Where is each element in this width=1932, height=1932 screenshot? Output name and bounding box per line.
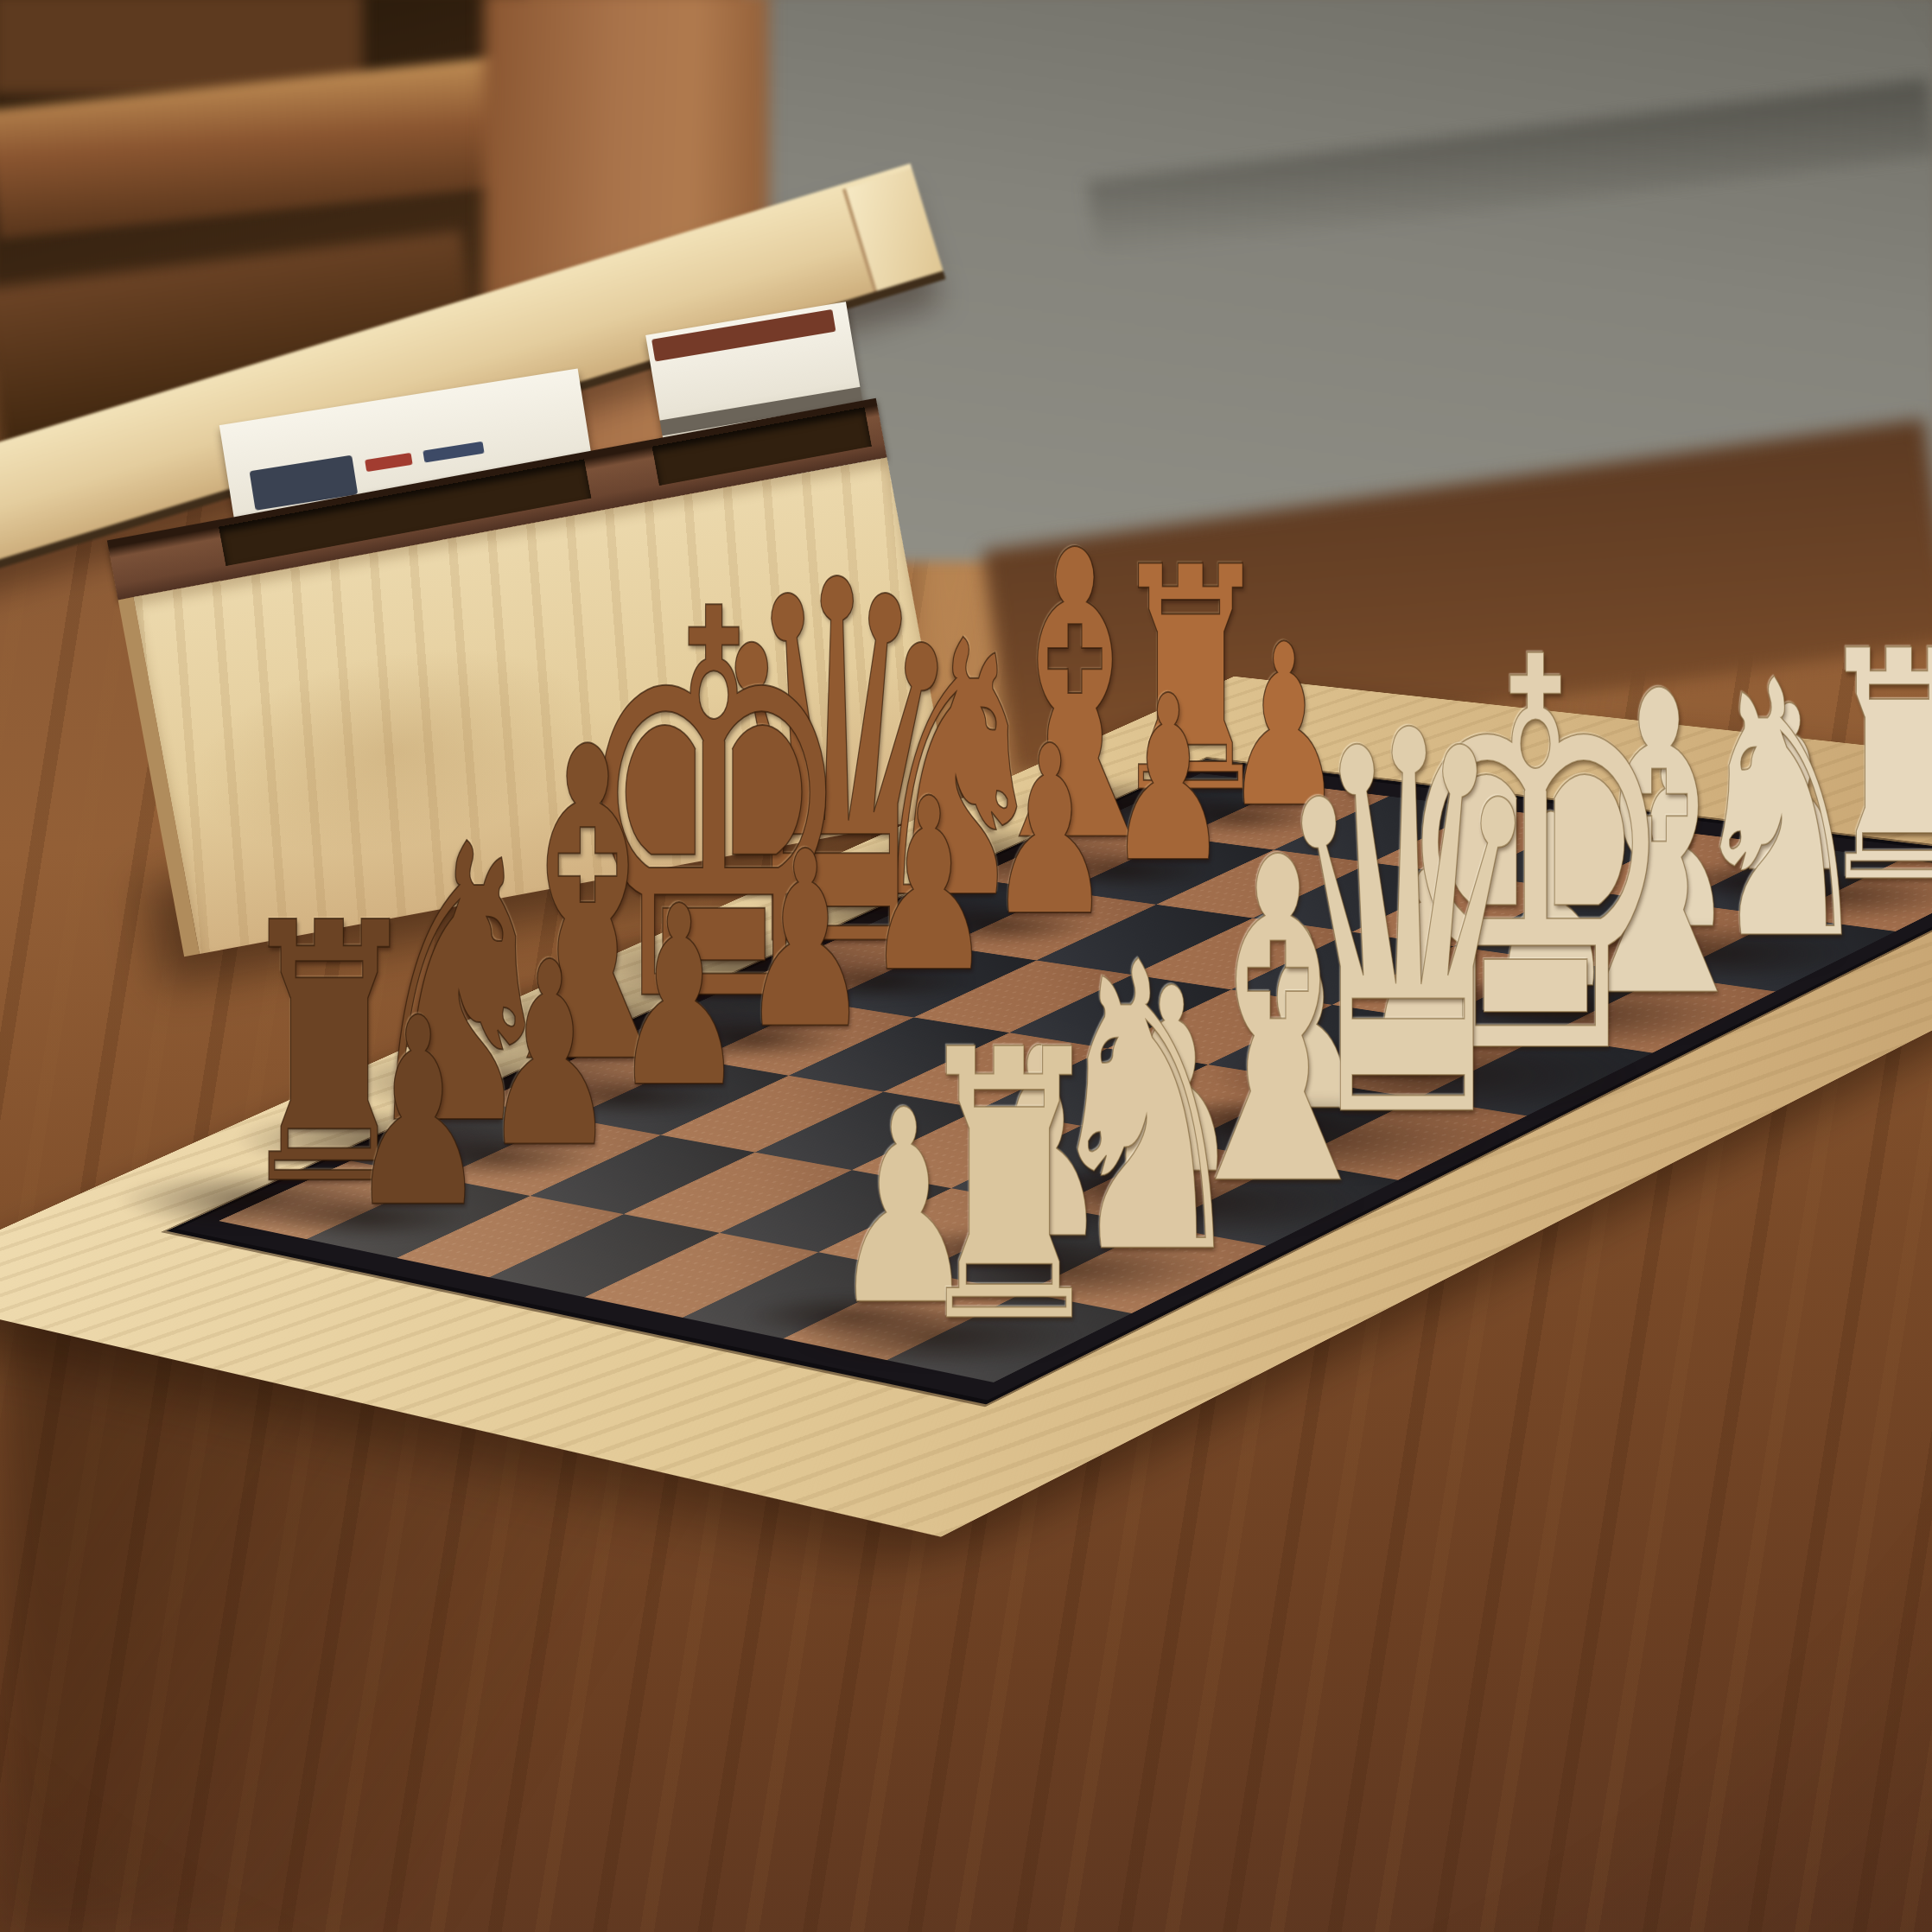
photo-stage: ♜♞♝♚♛♞♝♜♟♟♟♟♟♟♟♟♟♟♟♟♟♟♟♟♜♞♝♛♚♝♞♜ [0, 0, 1932, 1932]
piece-black-pawn-c7[interactable]: ♟ [612, 874, 746, 1122]
piece-white-rook-a1[interactable]: ♜ [909, 1002, 1109, 1374]
piece-black-pawn-b7[interactable]: ♟ [481, 928, 618, 1182]
piece-black-pawn-d7[interactable]: ♟ [740, 819, 871, 1063]
card-deck-1-red-mark [365, 453, 413, 472]
piece-black-pawn-a7[interactable]: ♟ [348, 984, 488, 1244]
card-deck-1-blue-mark [423, 442, 484, 463]
piece-black-pawn-e7[interactable]: ♟ [864, 767, 992, 1006]
